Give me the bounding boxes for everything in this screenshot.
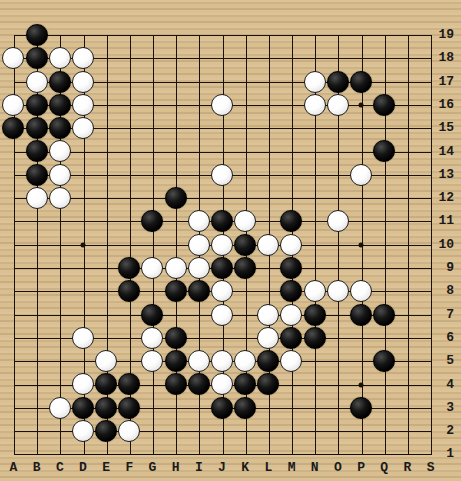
- black-stone-B14: [26, 140, 48, 162]
- black-stone-P17: [350, 71, 372, 93]
- white-stone-B17: [26, 71, 48, 93]
- white-stone-G6: [141, 327, 163, 349]
- black-stone-A15: [2, 117, 24, 139]
- white-stone-L10: [257, 234, 279, 256]
- white-stone-O16: [327, 94, 349, 116]
- black-stone-J3: [211, 397, 233, 419]
- white-stone-B12: [26, 187, 48, 209]
- black-stone-M11: [280, 210, 302, 232]
- white-stone-J10: [211, 234, 233, 256]
- white-stone-A16: [2, 94, 24, 116]
- black-stone-B18: [26, 47, 48, 69]
- white-stone-J4: [211, 373, 233, 395]
- white-stone-N17: [304, 71, 326, 93]
- white-stone-I9: [188, 257, 210, 279]
- white-stone-J8: [211, 280, 233, 302]
- white-stone-D6: [72, 327, 94, 349]
- black-stone-K3: [234, 397, 256, 419]
- black-stone-Q7: [373, 304, 395, 326]
- black-stone-N7: [304, 304, 326, 326]
- black-stone-C15: [49, 117, 71, 139]
- black-stone-I4: [188, 373, 210, 395]
- black-stone-O17: [327, 71, 349, 93]
- black-stone-F3: [118, 397, 140, 419]
- black-stone-G7: [141, 304, 163, 326]
- white-stone-J7: [211, 304, 233, 326]
- black-stone-B19: [26, 24, 48, 46]
- white-stone-D15: [72, 117, 94, 139]
- black-stone-F4: [118, 373, 140, 395]
- white-stone-O11: [327, 210, 349, 232]
- black-stone-C16: [49, 94, 71, 116]
- white-stone-D17: [72, 71, 94, 93]
- black-stone-H4: [165, 373, 187, 395]
- black-stone-Q16: [373, 94, 395, 116]
- white-stone-G5: [141, 350, 163, 372]
- stones-layer: [2, 23, 442, 466]
- white-stone-M10: [280, 234, 302, 256]
- black-stone-C17: [49, 71, 71, 93]
- black-stone-M6: [280, 327, 302, 349]
- black-stone-P3: [350, 397, 372, 419]
- black-stone-H5: [165, 350, 187, 372]
- black-stone-Q14: [373, 140, 395, 162]
- black-stone-Q5: [373, 350, 395, 372]
- white-stone-H9: [165, 257, 187, 279]
- white-stone-M5: [280, 350, 302, 372]
- black-stone-E2: [95, 420, 117, 442]
- black-stone-B13: [26, 164, 48, 186]
- white-stone-J16: [211, 94, 233, 116]
- white-stone-N8: [304, 280, 326, 302]
- black-stone-E3: [95, 397, 117, 419]
- white-stone-J5: [211, 350, 233, 372]
- black-stone-B16: [26, 94, 48, 116]
- black-stone-P7: [350, 304, 372, 326]
- black-stone-E4: [95, 373, 117, 395]
- white-stone-D18: [72, 47, 94, 69]
- white-stone-L7: [257, 304, 279, 326]
- white-stone-I11: [188, 210, 210, 232]
- white-stone-C18: [49, 47, 71, 69]
- black-stone-K10: [234, 234, 256, 256]
- go-board-diagram: ABCDEFGHIJKLMNOPQRS191817161514131211109…: [0, 0, 461, 481]
- black-stone-M8: [280, 280, 302, 302]
- white-stone-C3: [49, 397, 71, 419]
- white-stone-M7: [280, 304, 302, 326]
- white-stone-L6: [257, 327, 279, 349]
- white-stone-K11: [234, 210, 256, 232]
- white-stone-E5: [95, 350, 117, 372]
- white-stone-D4: [72, 373, 94, 395]
- black-stone-L5: [257, 350, 279, 372]
- white-stone-N16: [304, 94, 326, 116]
- white-stone-C13: [49, 164, 71, 186]
- white-stone-F2: [118, 420, 140, 442]
- white-stone-P13: [350, 164, 372, 186]
- black-stone-D3: [72, 397, 94, 419]
- white-stone-D2: [72, 420, 94, 442]
- black-stone-G11: [141, 210, 163, 232]
- white-stone-K5: [234, 350, 256, 372]
- white-stone-I5: [188, 350, 210, 372]
- white-stone-J13: [211, 164, 233, 186]
- black-stone-J9: [211, 257, 233, 279]
- black-stone-H6: [165, 327, 187, 349]
- black-stone-M9: [280, 257, 302, 279]
- black-stone-N6: [304, 327, 326, 349]
- white-stone-I10: [188, 234, 210, 256]
- white-stone-A18: [2, 47, 24, 69]
- white-stone-C14: [49, 140, 71, 162]
- white-stone-D16: [72, 94, 94, 116]
- black-stone-K4: [234, 373, 256, 395]
- black-stone-J11: [211, 210, 233, 232]
- black-stone-F8: [118, 280, 140, 302]
- white-stone-G9: [141, 257, 163, 279]
- white-stone-O8: [327, 280, 349, 302]
- black-stone-K9: [234, 257, 256, 279]
- white-stone-C12: [49, 187, 71, 209]
- black-stone-F9: [118, 257, 140, 279]
- black-stone-H12: [165, 187, 187, 209]
- white-stone-P8: [350, 280, 372, 302]
- black-stone-L4: [257, 373, 279, 395]
- black-stone-I8: [188, 280, 210, 302]
- black-stone-B15: [26, 117, 48, 139]
- black-stone-H8: [165, 280, 187, 302]
